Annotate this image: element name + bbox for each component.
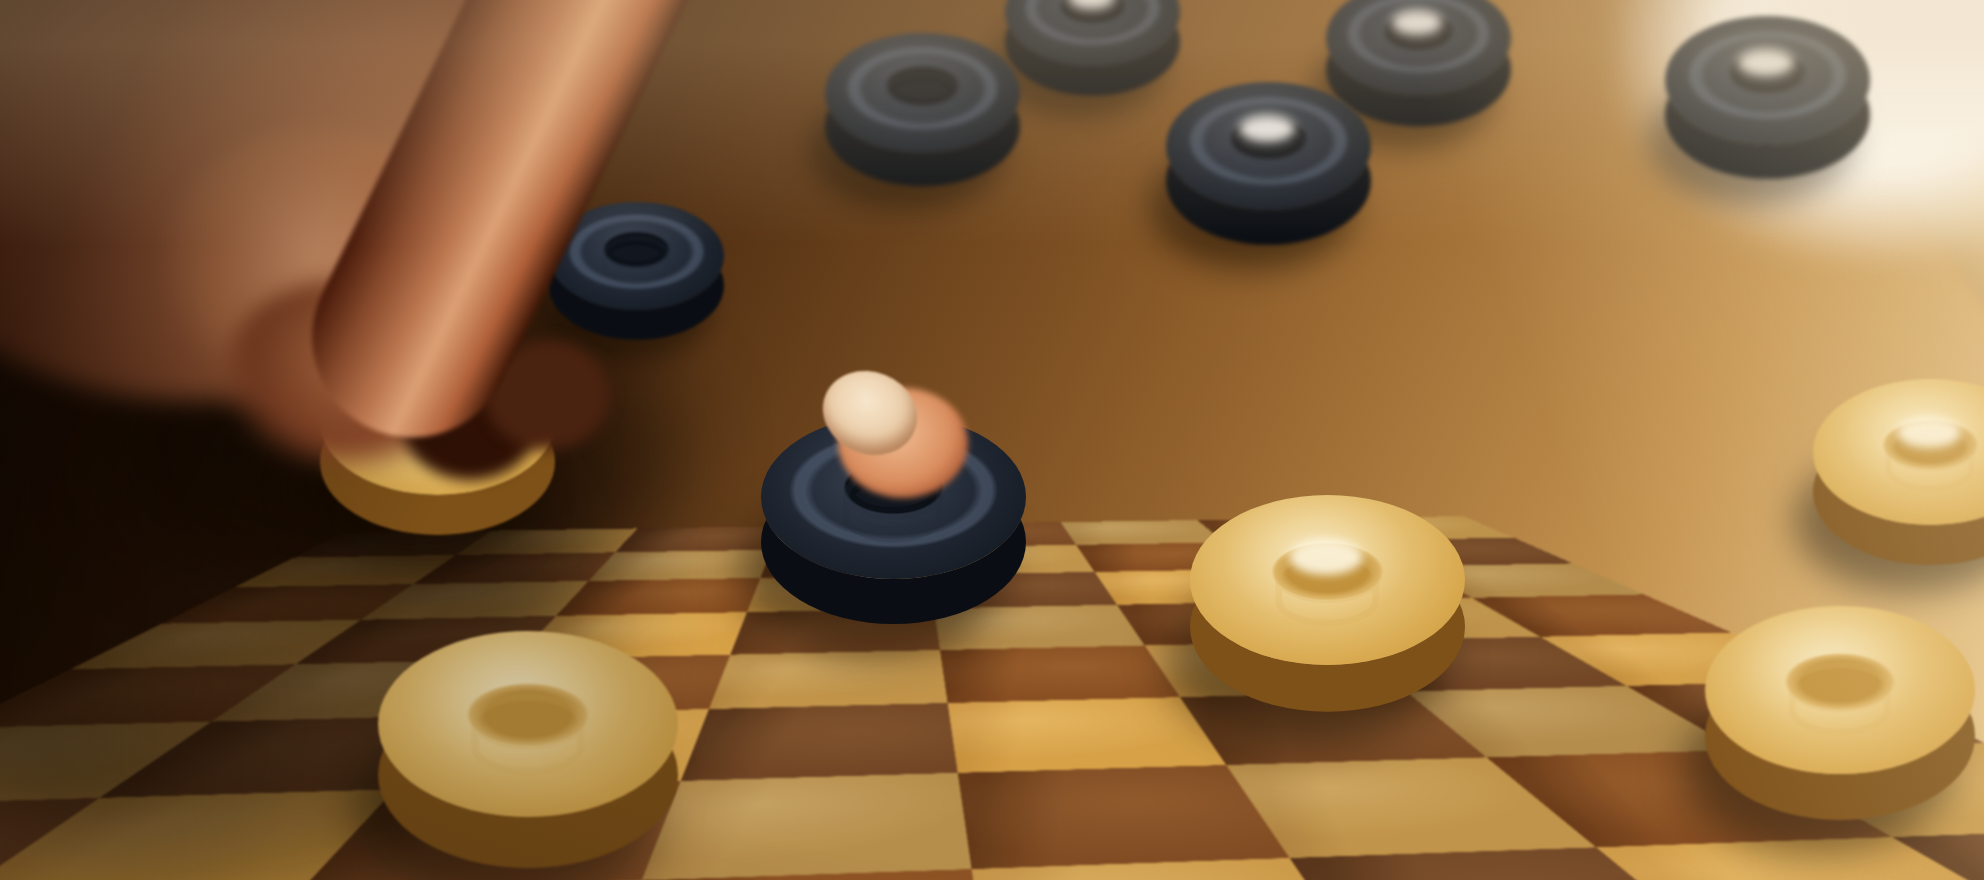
black-draughts-man-glyph: ⛂ xyxy=(837,431,948,564)
board-square[interactable] xyxy=(948,697,1227,773)
checkers-photo-scene: ⛂⛂⛂⛂⛂⛂⛀⛂⛀⛀⛀⛀ xyxy=(0,0,1984,880)
checker-piece-black-bp4[interactable]: ⛂ xyxy=(1665,16,1870,143)
checker-piece-yellow-yp1[interactable]: ⛀ xyxy=(320,349,555,495)
board-square[interactable] xyxy=(747,575,934,612)
black-draughts-man-glyph: ⛂ xyxy=(1225,95,1311,198)
specular-highlight xyxy=(1239,115,1294,142)
checker-piece-yellow-yp2[interactable]: ⛀ xyxy=(378,631,678,817)
board-square[interactable] xyxy=(681,703,958,781)
checker-piece-black-bp1[interactable]: ⛂ xyxy=(825,33,1020,154)
specular-highlight xyxy=(1289,539,1363,575)
board-square[interactable] xyxy=(929,572,1117,608)
board-square[interactable] xyxy=(589,550,772,581)
yellow-draughts-man-glyph: ⛀ xyxy=(1269,511,1384,649)
checker-piece-yellow-yp5[interactable]: ⛀ xyxy=(1705,606,1975,773)
specular-highlight xyxy=(1897,417,1960,448)
black-draughts-man-glyph: ⛂ xyxy=(881,44,963,142)
yellow-draughts-man-glyph: ⛀ xyxy=(1881,393,1979,511)
board-square[interactable] xyxy=(709,650,948,709)
board-square[interactable] xyxy=(642,773,972,880)
specular-highlight xyxy=(1392,10,1442,34)
checker-piece-black-bp5[interactable]: ⛂ xyxy=(1166,82,1371,209)
specular-highlight xyxy=(1738,49,1793,76)
board-square[interactable] xyxy=(615,526,781,552)
yellow-draughts-man-glyph: ⛀ xyxy=(465,649,591,799)
checker-piece-black-bp6[interactable]: ⛂ xyxy=(549,202,724,311)
checker-piece-yellow-yp3[interactable]: ⛀ xyxy=(1190,495,1465,666)
board-square[interactable] xyxy=(1061,520,1225,545)
board-square[interactable] xyxy=(730,608,940,654)
yellow-draughts-man-glyph: ⛀ xyxy=(388,363,486,481)
black-draughts-man-glyph: ⛂ xyxy=(1724,29,1810,132)
yellow-draughts-man-glyph: ⛀ xyxy=(1783,622,1896,757)
board-square[interactable] xyxy=(934,605,1145,650)
black-draughts-man-glyph: ⛂ xyxy=(599,212,672,300)
checker-piece-black-bp7[interactable]: ⛂ xyxy=(761,415,1026,579)
board-square[interactable] xyxy=(940,645,1180,703)
